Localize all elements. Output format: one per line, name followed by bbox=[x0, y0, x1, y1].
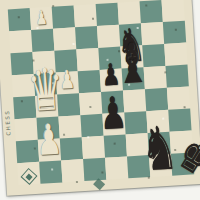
piece-white-pawn[interactable]: ♟ bbox=[35, 119, 63, 162]
piece-black-bishop[interactable]: ♝ bbox=[114, 35, 151, 92]
piece-white-pawn[interactable]: ♟ bbox=[35, 8, 48, 28]
piece-black-pawn[interactable]: ♟ bbox=[99, 91, 128, 137]
chess-board: CHESS ♟♞♟♟♝♛♟♟♞♚ bbox=[0, 0, 200, 196]
photo-of-chess-board: CHESS ♟♞♟♟♝♛♟♟♞♚ bbox=[0, 0, 200, 200]
piece-white-queen[interactable]: ♛ bbox=[26, 60, 65, 120]
pieces-layer: ♟♞♟♟♝♛♟♟♞♚ bbox=[0, 0, 200, 196]
